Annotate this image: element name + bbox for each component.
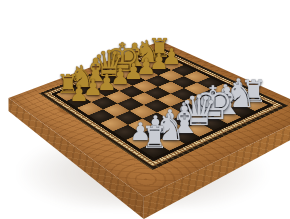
pieces-layer: ♜♞♝♛♚♝♞♜♟♟♟♟♟♟♟♟♟♟♟♟♟♟♟♟♜♞♝♛♚♝♞♜ [0, 0, 290, 219]
chess-set-photo: ♜♞♝♛♚♝♞♜♟♟♟♟♟♟♟♟♟♟♟♟♟♟♟♟♜♞♝♛♚♝♞♜ [0, 0, 290, 219]
piece-white-rook: ♜ [141, 122, 168, 152]
piece-black-pawn: ♟ [69, 83, 89, 105]
